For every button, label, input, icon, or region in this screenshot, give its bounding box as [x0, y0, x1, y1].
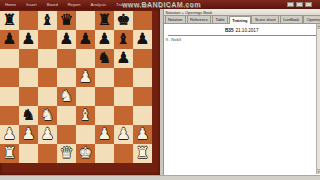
black-pawn: ♟ — [0, 30, 19, 49]
square-h6[interactable] — [133, 49, 152, 68]
white-pawn: ♟ — [76, 68, 95, 87]
square-h5[interactable] — [133, 68, 152, 87]
game-header: B3521.10.2017 — [164, 24, 320, 33]
square-h4[interactable] — [133, 87, 152, 106]
white-pawn: ♟ — [133, 125, 152, 144]
black-pawn: ♟ — [95, 30, 114, 49]
notation-move-text[interactable]: 9...Nxb3 — [164, 36, 320, 43]
square-e8[interactable] — [76, 11, 95, 30]
white-knight: ♞ — [38, 106, 57, 125]
black-pawn: ♟ — [19, 30, 38, 49]
square-d2[interactable] — [57, 125, 76, 144]
square-e6[interactable] — [76, 49, 95, 68]
white-pawn: ♟ — [19, 125, 38, 144]
square-c8[interactable]: ♝ — [38, 11, 57, 30]
square-d7[interactable]: ♟ — [57, 30, 76, 49]
menu-insert[interactable]: Insert — [21, 2, 41, 7]
square-f6[interactable]: ♞ — [95, 49, 114, 68]
panel-tab-strip: NotationReferenceTableTrainingScore shee… — [164, 16, 320, 24]
window-controls — [287, 2, 312, 8]
square-a6[interactable] — [0, 49, 19, 68]
square-f2[interactable]: ♟ — [95, 125, 114, 144]
square-e3[interactable]: ♝ — [76, 106, 95, 125]
scroll-up-icon[interactable]: ▲ — [317, 24, 320, 29]
square-g5[interactable] — [114, 68, 133, 87]
notation-scrollbar[interactable]: ▲ ▼ — [316, 24, 320, 174]
black-knight: ♞ — [95, 49, 114, 68]
black-pawn: ♟ — [114, 49, 133, 68]
square-h7[interactable]: ♟ — [133, 30, 152, 49]
square-b4[interactable] — [19, 87, 38, 106]
black-rook: ♜ — [95, 11, 114, 30]
square-b6[interactable] — [19, 49, 38, 68]
square-e4[interactable] — [76, 87, 95, 106]
square-b8[interactable] — [19, 11, 38, 30]
notation-area[interactable]: B3521.10.2017 9...Nxb3 ▲ ▼ — [164, 24, 320, 174]
square-f3[interactable] — [95, 106, 114, 125]
menu-analysis[interactable]: Analysis — [85, 2, 111, 7]
game-date: 21.10.2017 — [235, 28, 258, 33]
square-a4[interactable] — [0, 87, 19, 106]
square-e7[interactable]: ♟ — [76, 30, 95, 49]
square-d8[interactable]: ♛ — [57, 11, 76, 30]
square-c4[interactable] — [38, 87, 57, 106]
minimize-button[interactable] — [287, 2, 294, 8]
white-bishop: ♝ — [76, 106, 95, 125]
square-e5[interactable]: ♟ — [76, 68, 95, 87]
square-f8[interactable]: ♜ — [95, 11, 114, 30]
square-d6[interactable] — [57, 49, 76, 68]
black-king: ♚ — [114, 11, 133, 30]
square-c6[interactable] — [38, 49, 57, 68]
menu-home[interactable]: Home — [0, 2, 21, 7]
tab-notation[interactable]: Notation — [165, 15, 187, 23]
white-rook: ♜ — [0, 144, 19, 163]
black-pawn: ♟ — [57, 30, 76, 49]
maximize-button[interactable] — [296, 2, 303, 8]
square-f5[interactable] — [95, 68, 114, 87]
white-knight: ♞ — [57, 87, 76, 106]
white-rook: ♜ — [133, 144, 152, 163]
square-c5[interactable] — [38, 68, 57, 87]
square-d4[interactable]: ♞ — [57, 87, 76, 106]
close-button[interactable] — [305, 2, 312, 8]
black-bishop: ♝ — [114, 30, 133, 49]
tab-training[interactable]: Training — [229, 16, 251, 24]
square-h2[interactable]: ♟ — [133, 125, 152, 144]
square-a2[interactable]: ♟ — [0, 125, 19, 144]
black-pawn: ♟ — [76, 30, 95, 49]
square-g1[interactable] — [114, 144, 133, 163]
square-e2[interactable] — [76, 125, 95, 144]
square-d5[interactable] — [57, 68, 76, 87]
tab-table[interactable]: Table — [212, 15, 228, 23]
black-knight: ♞ — [19, 106, 38, 125]
square-h1[interactable]: ♜ — [133, 144, 152, 163]
square-c2[interactable]: ♟ — [38, 125, 57, 144]
square-f4[interactable] — [95, 87, 114, 106]
square-g8[interactable]: ♚ — [114, 11, 133, 30]
white-pawn: ♟ — [38, 125, 57, 144]
square-h3[interactable] — [133, 106, 152, 125]
white-king: ♚ — [76, 144, 95, 163]
square-g3[interactable] — [114, 106, 133, 125]
black-bishop: ♝ — [38, 11, 57, 30]
square-f1[interactable] — [95, 144, 114, 163]
white-pawn: ♟ — [0, 125, 19, 144]
square-a3[interactable] — [0, 106, 19, 125]
square-b3[interactable]: ♞ — [19, 106, 38, 125]
chess-board-frame: ♜♝♛♜♚♟♟♟♟♟♝♟♞♟♟♞♞♞♝♟♟♟♟♟♟♜♛♚♜ — [0, 9, 160, 175]
square-f7[interactable]: ♟ — [95, 30, 114, 49]
square-h8[interactable] — [133, 11, 152, 30]
square-g7[interactable]: ♝ — [114, 30, 133, 49]
white-pawn: ♟ — [114, 125, 133, 144]
square-a7[interactable]: ♟ — [0, 30, 19, 49]
tab-livebook[interactable]: LiveBook — [280, 15, 303, 23]
black-queen: ♛ — [57, 11, 76, 30]
menu-report[interactable]: Report — [63, 2, 86, 7]
notation-panel: Notation + Openings Book NotationReferen… — [163, 9, 320, 175]
square-c1[interactable] — [38, 144, 57, 163]
square-g6[interactable]: ♟ — [114, 49, 133, 68]
tab-score-sheet[interactable]: Score sheet — [251, 15, 279, 23]
square-b2[interactable]: ♟ — [19, 125, 38, 144]
square-g2[interactable]: ♟ — [114, 125, 133, 144]
square-b7[interactable]: ♟ — [19, 30, 38, 49]
menu-board[interactable]: Board — [42, 2, 63, 7]
chess-board: ♜♝♛♜♚♟♟♟♟♟♝♟♞♟♟♞♞♞♝♟♟♟♟♟♟♜♛♚♜ — [0, 11, 152, 163]
square-g4[interactable] — [114, 87, 133, 106]
tab-reference[interactable]: Reference — [187, 15, 212, 23]
square-c7[interactable] — [38, 30, 57, 49]
square-b1[interactable] — [19, 144, 38, 163]
black-pawn: ♟ — [133, 30, 152, 49]
eco-code: B35 — [225, 28, 233, 33]
square-c3[interactable]: ♞ — [38, 106, 57, 125]
chessbase-window: Home Insert Board Report Analysis Traini… — [0, 0, 320, 180]
white-pawn: ♟ — [95, 125, 114, 144]
status-strip — [0, 175, 320, 180]
tab-openings-book[interactable]: Openings Book — [303, 15, 320, 23]
square-b5[interactable] — [19, 68, 38, 87]
scroll-down-icon[interactable]: ▼ — [317, 169, 320, 174]
square-a1[interactable]: ♜ — [0, 144, 19, 163]
square-a5[interactable] — [0, 68, 19, 87]
square-e1[interactable]: ♚ — [76, 144, 95, 163]
black-rook: ♜ — [0, 11, 19, 30]
square-a8[interactable]: ♜ — [0, 11, 19, 30]
white-queen: ♛ — [57, 144, 76, 163]
bandicam-watermark: www.BANDICAM.com — [122, 0, 201, 9]
square-d3[interactable] — [57, 106, 76, 125]
square-d1[interactable]: ♛ — [57, 144, 76, 163]
